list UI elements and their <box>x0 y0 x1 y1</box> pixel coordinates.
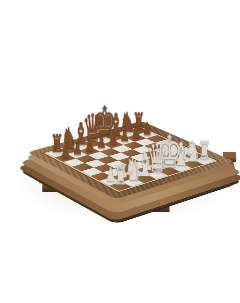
chess-set-photo: ♜♞♝♛♚♝♞♜♟♟♟♟♟♟♟♟♟♟♟♟♟♟♟♟♜♞♝♛♚♝♞♜ <box>0 0 240 303</box>
board-3d: ♜♞♝♛♚♝♞♜♟♟♟♟♟♟♟♟♟♟♟♟♟♟♟♟♜♞♝♛♚♝♞♜ <box>27 121 235 199</box>
square-a1[interactable]: ♜ <box>109 182 131 191</box>
chess-board: ♜♞♝♛♚♝♞♜♟♟♟♟♟♟♟♟♟♟♟♟♟♟♟♟♜♞♝♛♚♝♞♜ <box>18 45 240 269</box>
black-pawn[interactable]: ♟ <box>48 143 82 160</box>
white-rook[interactable]: ♜ <box>102 164 138 188</box>
